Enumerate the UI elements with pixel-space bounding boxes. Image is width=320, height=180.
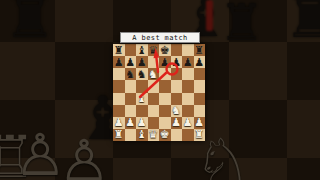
chess-board[interactable]: ♜♝♛♚♜♟♟♟♟♟♟♟♞♞♞♝♞♟♟♟♟♟♟♜♝♛♚♜ — [113, 44, 205, 141]
square-b4[interactable] — [125, 93, 137, 105]
piece-black-knight[interactable]: ♞ — [125, 69, 135, 80]
piece-black-bishop[interactable]: ♝ — [137, 45, 147, 56]
square-e4[interactable] — [159, 93, 171, 105]
piece-white-bishop[interactable]: ♝ — [137, 129, 147, 140]
piece-white-pawn[interactable]: ♟ — [183, 117, 193, 128]
square-b8[interactable] — [125, 44, 137, 56]
square-c4[interactable]: ♝ — [136, 93, 148, 105]
piece-black-knight[interactable]: ♞ — [137, 69, 147, 80]
piece-white-bishop[interactable]: ♝ — [137, 93, 147, 104]
square-h1[interactable]: ♜ — [194, 129, 206, 141]
piece-white-knight[interactable]: ♞ — [171, 105, 181, 116]
piece-white-pawn[interactable]: ♟ — [171, 117, 181, 128]
piece-white-rook[interactable]: ♜ — [114, 129, 124, 140]
square-d1[interactable]: ♛ — [148, 129, 160, 141]
piece-black-pawn[interactable]: ♟ — [125, 57, 135, 68]
square-c1[interactable]: ♝ — [136, 129, 148, 141]
caption-text: A best match — [132, 34, 187, 42]
square-h3[interactable] — [194, 105, 206, 117]
square-f6[interactable] — [171, 68, 183, 80]
square-h5[interactable] — [194, 80, 206, 92]
piece-white-pawn[interactable]: ♟ — [137, 117, 147, 128]
square-f4[interactable] — [171, 93, 183, 105]
square-h4[interactable] — [194, 93, 206, 105]
piece-black-rook[interactable]: ♜ — [194, 45, 204, 56]
square-b7[interactable]: ♟ — [125, 56, 137, 68]
piece-black-pawn[interactable]: ♟ — [137, 57, 147, 68]
square-d7[interactable] — [148, 56, 160, 68]
square-f2[interactable]: ♟ — [171, 117, 183, 129]
piece-black-queen[interactable]: ♛ — [148, 45, 158, 56]
piece-white-pawn[interactable]: ♟ — [125, 117, 135, 128]
piece-white-knight[interactable]: ♞ — [148, 69, 158, 80]
square-c7[interactable]: ♟ — [136, 56, 148, 68]
piece-black-pawn[interactable]: ♟ — [171, 57, 181, 68]
square-d6[interactable]: ♞ — [148, 68, 160, 80]
square-e3[interactable] — [159, 105, 171, 117]
square-e8[interactable]: ♚ — [159, 44, 171, 56]
square-a4[interactable] — [113, 93, 125, 105]
square-g5[interactable] — [182, 80, 194, 92]
square-a5[interactable] — [113, 80, 125, 92]
square-b2[interactable]: ♟ — [125, 117, 137, 129]
square-c8[interactable]: ♝ — [136, 44, 148, 56]
square-e1[interactable]: ♚ — [159, 129, 171, 141]
square-d8[interactable]: ♛ — [148, 44, 160, 56]
piece-black-king[interactable]: ♚ — [160, 45, 170, 56]
square-e7[interactable]: ♟ — [159, 56, 171, 68]
square-g2[interactable]: ♟ — [182, 117, 194, 129]
square-g6[interactable] — [182, 68, 194, 80]
piece-white-pawn[interactable]: ♟ — [194, 117, 204, 128]
square-g3[interactable] — [182, 105, 194, 117]
square-e6[interactable] — [159, 68, 171, 80]
square-a7[interactable]: ♟ — [113, 56, 125, 68]
square-d5[interactable] — [148, 80, 160, 92]
square-f3[interactable]: ♞ — [171, 105, 183, 117]
square-f8[interactable] — [171, 44, 183, 56]
square-a8[interactable]: ♜ — [113, 44, 125, 56]
square-f1[interactable] — [171, 129, 183, 141]
square-b6[interactable]: ♞ — [125, 68, 137, 80]
piece-black-pawn[interactable]: ♟ — [114, 57, 124, 68]
square-h2[interactable]: ♟ — [194, 117, 206, 129]
caption-bar: A best match — [120, 32, 200, 43]
square-a2[interactable]: ♟ — [113, 117, 125, 129]
square-h8[interactable]: ♜ — [194, 44, 206, 56]
piece-black-rook[interactable]: ♜ — [114, 45, 124, 56]
square-g1[interactable] — [182, 129, 194, 141]
square-f7[interactable]: ♟ — [171, 56, 183, 68]
piece-white-pawn[interactable]: ♟ — [114, 117, 124, 128]
square-a3[interactable] — [113, 105, 125, 117]
video-frame: ♜♝♜♜♝♖♙♙♘ A best match ♜♝♛♚♜♟♟♟♟♟♟♟♞♞♞♝♞… — [0, 0, 320, 180]
square-c6[interactable]: ♞ — [136, 68, 148, 80]
piece-black-pawn[interactable]: ♟ — [194, 57, 204, 68]
square-a6[interactable] — [113, 68, 125, 80]
square-c5[interactable] — [136, 80, 148, 92]
square-d4[interactable] — [148, 93, 160, 105]
square-b1[interactable] — [125, 129, 137, 141]
square-b3[interactable] — [125, 105, 137, 117]
piece-black-pawn[interactable]: ♟ — [183, 57, 193, 68]
piece-white-king[interactable]: ♚ — [160, 129, 170, 140]
piece-black-pawn[interactable]: ♟ — [160, 57, 170, 68]
square-f5[interactable] — [171, 80, 183, 92]
square-g7[interactable]: ♟ — [182, 56, 194, 68]
square-d3[interactable] — [148, 105, 160, 117]
square-g4[interactable] — [182, 93, 194, 105]
square-h6[interactable] — [194, 68, 206, 80]
square-c3[interactable] — [136, 105, 148, 117]
square-b5[interactable] — [125, 80, 137, 92]
square-e5[interactable] — [159, 80, 171, 92]
square-g8[interactable] — [182, 44, 194, 56]
square-h7[interactable]: ♟ — [194, 56, 206, 68]
piece-white-rook[interactable]: ♜ — [194, 129, 204, 140]
square-a1[interactable]: ♜ — [113, 129, 125, 141]
piece-white-queen[interactable]: ♛ — [148, 129, 158, 140]
